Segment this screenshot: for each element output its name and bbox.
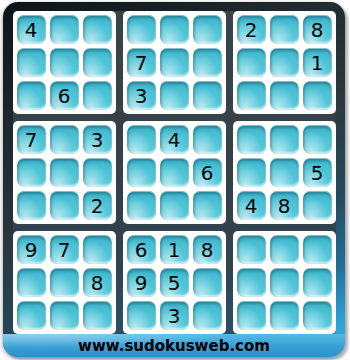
cell-r8c1[interactable] [17,268,46,297]
cell-r1c4[interactable] [127,15,156,44]
cell-r1c6[interactable] [193,15,222,44]
cell-r5c8[interactable] [270,158,299,187]
cell-r9c8[interactable] [270,301,299,330]
cell-r2c7[interactable] [237,48,266,77]
cell-r3c3[interactable] [83,81,112,110]
cell-r9c4[interactable] [127,301,156,330]
cell-r3c5[interactable] [160,81,189,110]
cell-r6c8[interactable]: 8 [270,191,299,220]
cell-r5c7[interactable] [237,158,266,187]
cell-r4c5[interactable]: 4 [160,125,189,154]
cell-r3c1[interactable] [17,81,46,110]
cell-r9c7[interactable] [237,301,266,330]
cell-r6c6[interactable] [193,191,222,220]
cell-r4c3[interactable]: 3 [83,125,112,154]
cell-r4c7[interactable] [237,125,266,154]
cell-r7c6[interactable]: 8 [193,235,222,264]
cell-r2c3[interactable] [83,48,112,77]
cell-r7c9[interactable] [303,235,332,264]
cell-r5c2[interactable] [50,158,79,187]
box-top-left: 46 [13,11,116,114]
cell-r8c4[interactable]: 9 [127,268,156,297]
cell-r7c5[interactable]: 1 [160,235,189,264]
cell-r5c6[interactable]: 6 [193,158,222,187]
footer-bar: www.sudokusweb.com [3,334,345,357]
cell-r8c3[interactable]: 8 [83,268,112,297]
cell-r3c8[interactable] [270,81,299,110]
cell-r3c7[interactable] [237,81,266,110]
cell-r4c6[interactable] [193,125,222,154]
cell-r4c2[interactable] [50,125,79,154]
sudoku-board-frame: 46 73 281 732 46 548 978 618953 www.sudo… [3,2,345,357]
cell-r5c4[interactable] [127,158,156,187]
cell-r6c4[interactable] [127,191,156,220]
cell-r2c5[interactable] [160,48,189,77]
box-bottom-middle: 618953 [123,231,226,334]
box-middle-left: 732 [13,121,116,224]
cell-r7c4[interactable]: 6 [127,235,156,264]
cell-r9c5[interactable]: 3 [160,301,189,330]
cell-r8c7[interactable] [237,268,266,297]
cell-r2c2[interactable] [50,48,79,77]
cell-r3c2[interactable]: 6 [50,81,79,110]
cell-r1c2[interactable] [50,15,79,44]
cell-r9c6[interactable] [193,301,222,330]
box-bottom-left: 978 [13,231,116,334]
cell-r8c8[interactable] [270,268,299,297]
cell-r4c1[interactable]: 7 [17,125,46,154]
website-label: www.sudokusweb.com [78,337,270,355]
cell-r7c3[interactable] [83,235,112,264]
cell-r1c7[interactable]: 2 [237,15,266,44]
cell-r4c4[interactable] [127,125,156,154]
cell-r7c7[interactable] [237,235,266,264]
cell-r7c2[interactable]: 7 [50,235,79,264]
box-bottom-right [233,231,336,334]
sudoku-grid: 46 73 281 732 46 548 978 618953 [13,11,336,334]
cell-r5c3[interactable] [83,158,112,187]
cell-r2c8[interactable] [270,48,299,77]
cell-r5c5[interactable] [160,158,189,187]
cell-r7c1[interactable]: 9 [17,235,46,264]
cell-r6c3[interactable]: 2 [83,191,112,220]
cell-r1c8[interactable] [270,15,299,44]
box-middle-middle: 46 [123,121,226,224]
cell-r6c9[interactable] [303,191,332,220]
cell-r9c2[interactable] [50,301,79,330]
cell-r9c3[interactable] [83,301,112,330]
cell-r6c7[interactable]: 4 [237,191,266,220]
cell-r1c1[interactable]: 4 [17,15,46,44]
cell-r2c1[interactable] [17,48,46,77]
cell-r3c4[interactable]: 3 [127,81,156,110]
cell-r9c1[interactable] [17,301,46,330]
box-top-right: 281 [233,11,336,114]
cell-r8c5[interactable]: 5 [160,268,189,297]
cell-r6c1[interactable] [17,191,46,220]
box-middle-right: 548 [233,121,336,224]
cell-r3c6[interactable] [193,81,222,110]
cell-r8c6[interactable] [193,268,222,297]
box-top-middle: 73 [123,11,226,114]
cell-r2c9[interactable]: 1 [303,48,332,77]
cell-r2c4[interactable]: 7 [127,48,156,77]
cell-r9c9[interactable] [303,301,332,330]
cell-r8c2[interactable] [50,268,79,297]
cell-r1c5[interactable] [160,15,189,44]
cell-r2c6[interactable] [193,48,222,77]
cell-r8c9[interactable] [303,268,332,297]
cell-r1c3[interactable] [83,15,112,44]
cell-r6c5[interactable] [160,191,189,220]
page: 46 73 281 732 46 548 978 618953 www.sudo… [0,0,350,360]
cell-r3c9[interactable] [303,81,332,110]
cell-r5c1[interactable] [17,158,46,187]
cell-r4c8[interactable] [270,125,299,154]
cell-r1c9[interactable]: 8 [303,15,332,44]
cell-r7c8[interactable] [270,235,299,264]
cell-r6c2[interactable] [50,191,79,220]
cell-r5c9[interactable]: 5 [303,158,332,187]
cell-r4c9[interactable] [303,125,332,154]
